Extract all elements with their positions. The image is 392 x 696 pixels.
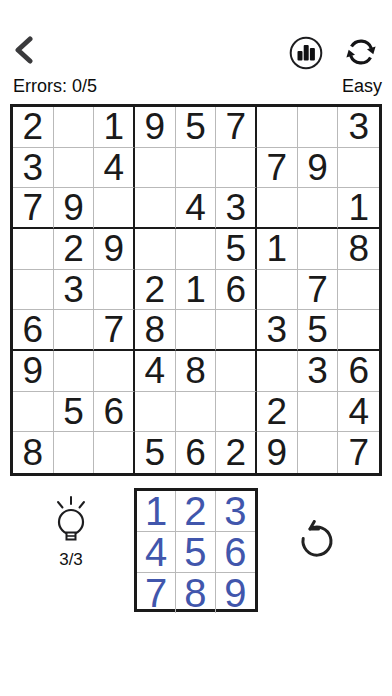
new-game-button[interactable] [341, 32, 381, 72]
numpad-key-7[interactable]: 7 [137, 573, 176, 613]
sudoku-cell-r4c5[interactable] [176, 229, 217, 270]
sudoku-cell-r9c5[interactable]: 6 [176, 432, 217, 473]
sudoku-cell-r4c9[interactable]: 8 [338, 229, 379, 270]
sudoku-cell-r6c7[interactable]: 3 [257, 310, 298, 351]
sudoku-cell-r4c7[interactable]: 1 [257, 229, 298, 270]
numpad-key-2[interactable]: 2 [176, 491, 215, 532]
numpad-key-1[interactable]: 1 [137, 491, 176, 532]
sudoku-cell-r2c5[interactable] [176, 148, 217, 189]
numpad-key-8[interactable]: 8 [176, 573, 215, 613]
sudoku-cell-r8c3[interactable]: 6 [94, 392, 135, 433]
difficulty-label: Easy [342, 75, 382, 97]
stats-button[interactable] [289, 36, 323, 70]
sudoku-cell-r7c9[interactable]: 6 [338, 351, 379, 392]
sudoku-cell-r9c4[interactable]: 5 [135, 432, 176, 473]
sudoku-board: 2195733479794312951832167678359483656248… [10, 104, 382, 476]
sudoku-cell-r8c7[interactable]: 2 [257, 392, 298, 433]
sudoku-cell-r4c6[interactable]: 5 [216, 229, 257, 270]
numpad-key-6[interactable]: 6 [216, 532, 255, 573]
sudoku-cell-r8c6[interactable] [216, 392, 257, 433]
sudoku-cell-r8c4[interactable] [135, 392, 176, 433]
sudoku-cell-r8c5[interactable] [176, 392, 217, 433]
sudoku-cell-r9c3[interactable] [94, 432, 135, 473]
sudoku-cell-r3c3[interactable] [94, 188, 135, 229]
sudoku-cell-r3c7[interactable] [257, 188, 298, 229]
sudoku-cell-r5c7[interactable] [257, 270, 298, 311]
sudoku-cell-r5c1[interactable] [13, 270, 54, 311]
numpad-key-3[interactable]: 3 [216, 491, 255, 532]
sudoku-cell-r2c4[interactable] [135, 148, 176, 189]
sudoku-cell-r6c2[interactable] [54, 310, 95, 351]
sudoku-cell-r1c4[interactable]: 9 [135, 107, 176, 148]
sudoku-cell-r4c2[interactable]: 2 [54, 229, 95, 270]
sudoku-cell-r7c3[interactable] [94, 351, 135, 392]
sudoku-cell-r1c7[interactable] [257, 107, 298, 148]
sudoku-cell-r3c2[interactable]: 9 [54, 188, 95, 229]
bar-chart-circle-icon [289, 36, 323, 70]
undo-arrow-icon [297, 520, 337, 560]
sudoku-cell-r1c9[interactable]: 3 [338, 107, 379, 148]
sudoku-cell-r6c8[interactable]: 5 [298, 310, 339, 351]
sudoku-cell-r5c8[interactable]: 7 [298, 270, 339, 311]
sudoku-cell-r2c3[interactable]: 4 [94, 148, 135, 189]
sudoku-cell-r9c9[interactable]: 7 [338, 432, 379, 473]
hint-button[interactable]: 3/3 [45, 495, 97, 577]
sudoku-cell-r1c6[interactable]: 7 [216, 107, 257, 148]
hint-count: 3/3 [59, 551, 83, 569]
sudoku-cell-r6c4[interactable]: 8 [135, 310, 176, 351]
sudoku-cell-r1c5[interactable]: 5 [176, 107, 217, 148]
sudoku-cell-r2c2[interactable] [54, 148, 95, 189]
sudoku-cell-r3c8[interactable] [298, 188, 339, 229]
numpad-key-5[interactable]: 5 [176, 532, 215, 573]
sudoku-cell-r2c9[interactable] [338, 148, 379, 189]
sudoku-cell-r9c2[interactable] [54, 432, 95, 473]
sudoku-cell-r2c6[interactable] [216, 148, 257, 189]
sudoku-cell-r1c2[interactable] [54, 107, 95, 148]
sudoku-cell-r3c9[interactable]: 1 [338, 188, 379, 229]
sudoku-cell-r7c1[interactable]: 9 [13, 351, 54, 392]
numpad: 123456789 [134, 488, 258, 612]
sudoku-cell-r2c1[interactable]: 3 [13, 148, 54, 189]
sudoku-cell-r7c6[interactable] [216, 351, 257, 392]
numpad-key-4[interactable]: 4 [137, 532, 176, 573]
sudoku-cell-r6c6[interactable] [216, 310, 257, 351]
sudoku-cell-r9c7[interactable]: 9 [257, 432, 298, 473]
sudoku-cell-r7c2[interactable] [54, 351, 95, 392]
sudoku-cell-r5c6[interactable]: 6 [216, 270, 257, 311]
sudoku-cell-r1c3[interactable]: 1 [94, 107, 135, 148]
sudoku-cell-r1c1[interactable]: 2 [13, 107, 54, 148]
sudoku-cell-r5c2[interactable]: 3 [54, 270, 95, 311]
sudoku-cell-r5c9[interactable] [338, 270, 379, 311]
errors-counter: Errors: 0/5 [13, 75, 97, 97]
sudoku-cell-r3c5[interactable]: 4 [176, 188, 217, 229]
sudoku-cell-r9c6[interactable]: 2 [216, 432, 257, 473]
sudoku-cell-r7c7[interactable] [257, 351, 298, 392]
sudoku-cell-r6c9[interactable] [338, 310, 379, 351]
sudoku-cell-r5c4[interactable]: 2 [135, 270, 176, 311]
sudoku-cell-r5c3[interactable] [94, 270, 135, 311]
sudoku-cell-r4c3[interactable]: 9 [94, 229, 135, 270]
sudoku-cell-r6c3[interactable]: 7 [94, 310, 135, 351]
sudoku-cell-r4c4[interactable] [135, 229, 176, 270]
sudoku-cell-r3c4[interactable] [135, 188, 176, 229]
sudoku-cell-r7c8[interactable]: 3 [298, 351, 339, 392]
sudoku-cell-r3c6[interactable]: 3 [216, 188, 257, 229]
sudoku-cell-r2c8[interactable]: 9 [298, 148, 339, 189]
back-button[interactable] [13, 36, 35, 64]
sudoku-cell-r4c8[interactable] [298, 229, 339, 270]
sudoku-cell-r2c7[interactable]: 7 [257, 148, 298, 189]
sudoku-cell-r8c2[interactable]: 5 [54, 392, 95, 433]
refresh-arrows-icon [341, 32, 381, 72]
sudoku-cell-r5c5[interactable]: 1 [176, 270, 217, 311]
numpad-key-9[interactable]: 9 [216, 573, 255, 613]
lightbulb-icon [51, 495, 91, 547]
chevron-left-icon [13, 36, 35, 64]
sudoku-cell-r1c8[interactable] [298, 107, 339, 148]
sudoku-cell-r7c5[interactable]: 8 [176, 351, 217, 392]
sudoku-cell-r7c4[interactable]: 4 [135, 351, 176, 392]
undo-button[interactable] [297, 520, 337, 560]
sudoku-cell-r4c1[interactable] [13, 229, 54, 270]
sudoku-cell-r9c8[interactable] [298, 432, 339, 473]
sudoku-cell-r8c8[interactable] [298, 392, 339, 433]
sudoku-cell-r8c1[interactable] [13, 392, 54, 433]
sudoku-cell-r6c1[interactable]: 6 [13, 310, 54, 351]
sudoku-cell-r8c9[interactable]: 4 [338, 392, 379, 433]
sudoku-cell-r3c1[interactable]: 7 [13, 188, 54, 229]
sudoku-cell-r6c5[interactable] [176, 310, 217, 351]
sudoku-cell-r9c1[interactable]: 8 [13, 432, 54, 473]
